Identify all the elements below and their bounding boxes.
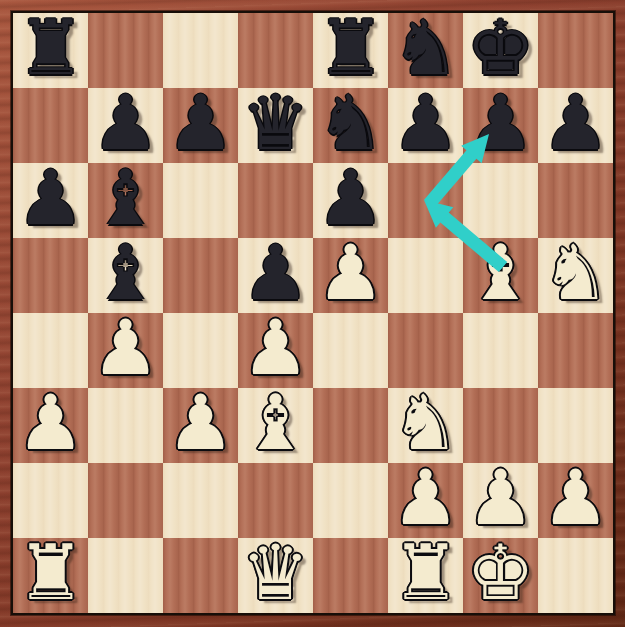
black-pawn-d5[interactable]: ♟: [241, 235, 309, 310]
white-pawn-g2[interactable]: ♟: [466, 460, 534, 535]
square-b2[interactable]: [88, 463, 163, 538]
square-d8[interactable]: [238, 13, 313, 88]
black-rook-a8[interactable]: ♜: [16, 10, 84, 85]
square-b1[interactable]: [88, 538, 163, 613]
black-pawn-b7[interactable]: ♟: [91, 85, 159, 160]
square-d6[interactable]: [238, 163, 313, 238]
white-queen-d1[interactable]: ♛: [241, 535, 309, 610]
square-a3[interactable]: ♟: [13, 388, 88, 463]
square-e1[interactable]: [313, 538, 388, 613]
white-pawn-e5[interactable]: ♟: [316, 235, 384, 310]
square-e4[interactable]: [313, 313, 388, 388]
square-e6[interactable]: ♟: [313, 163, 388, 238]
square-g7[interactable]: ♟: [463, 88, 538, 163]
square-c4[interactable]: [163, 313, 238, 388]
square-a1[interactable]: ♜: [13, 538, 88, 613]
white-rook-a1[interactable]: ♜: [16, 535, 84, 610]
square-b6[interactable]: ♝: [88, 163, 163, 238]
white-rook-f1[interactable]: ♜: [391, 535, 459, 610]
square-g8[interactable]: ♚: [463, 13, 538, 88]
white-king-g1[interactable]: ♚: [466, 535, 534, 610]
square-g6[interactable]: [463, 163, 538, 238]
square-g3[interactable]: [463, 388, 538, 463]
square-g4[interactable]: [463, 313, 538, 388]
square-b7[interactable]: ♟: [88, 88, 163, 163]
black-king-g8[interactable]: ♚: [466, 10, 534, 85]
square-h2[interactable]: ♟: [538, 463, 613, 538]
square-g5[interactable]: ♝: [463, 238, 538, 313]
black-pawn-a6[interactable]: ♟: [16, 160, 84, 235]
square-f6[interactable]: [388, 163, 463, 238]
black-knight-f8[interactable]: ♞: [391, 10, 459, 85]
square-a2[interactable]: [13, 463, 88, 538]
square-h8[interactable]: [538, 13, 613, 88]
square-f7[interactable]: ♟: [388, 88, 463, 163]
white-pawn-c3[interactable]: ♟: [166, 385, 234, 460]
square-b5[interactable]: ♝: [88, 238, 163, 313]
white-pawn-f2[interactable]: ♟: [391, 460, 459, 535]
square-a7[interactable]: [13, 88, 88, 163]
black-bishop-b5[interactable]: ♝: [91, 235, 159, 310]
square-d3[interactable]: ♝: [238, 388, 313, 463]
black-knight-e7[interactable]: ♞: [316, 85, 384, 160]
black-rook-e8[interactable]: ♜: [316, 10, 384, 85]
square-h6[interactable]: [538, 163, 613, 238]
black-bishop-b6[interactable]: ♝: [91, 160, 159, 235]
square-g1[interactable]: ♚: [463, 538, 538, 613]
square-c6[interactable]: [163, 163, 238, 238]
square-e5[interactable]: ♟: [313, 238, 388, 313]
square-c3[interactable]: ♟: [163, 388, 238, 463]
square-b8[interactable]: [88, 13, 163, 88]
square-d2[interactable]: [238, 463, 313, 538]
square-f1[interactable]: ♜: [388, 538, 463, 613]
white-bishop-g5[interactable]: ♝: [466, 235, 534, 310]
square-f5[interactable]: [388, 238, 463, 313]
white-pawn-h2[interactable]: ♟: [541, 460, 609, 535]
square-d4[interactable]: ♟: [238, 313, 313, 388]
square-e7[interactable]: ♞: [313, 88, 388, 163]
square-h1[interactable]: [538, 538, 613, 613]
black-pawn-e6[interactable]: ♟: [316, 160, 384, 235]
white-knight-h5[interactable]: ♞: [541, 235, 609, 310]
square-h4[interactable]: [538, 313, 613, 388]
square-d1[interactable]: ♛: [238, 538, 313, 613]
chess-board-frame: ♜♜♞♚♟♟♛♞♟♟♟♟♝♟♝♟♟♝♞♟♟♟♟♝♞♟♟♟♜♛♜♚: [0, 0, 625, 627]
square-f8[interactable]: ♞: [388, 13, 463, 88]
black-pawn-h7[interactable]: ♟: [541, 85, 609, 160]
square-f4[interactable]: [388, 313, 463, 388]
square-f3[interactable]: ♞: [388, 388, 463, 463]
square-a6[interactable]: ♟: [13, 163, 88, 238]
white-knight-f3[interactable]: ♞: [391, 385, 459, 460]
square-h5[interactable]: ♞: [538, 238, 613, 313]
square-e3[interactable]: [313, 388, 388, 463]
square-d7[interactable]: ♛: [238, 88, 313, 163]
square-c1[interactable]: [163, 538, 238, 613]
square-g2[interactable]: ♟: [463, 463, 538, 538]
black-queen-d7[interactable]: ♛: [241, 85, 309, 160]
white-pawn-a3[interactable]: ♟: [16, 385, 84, 460]
square-h3[interactable]: [538, 388, 613, 463]
square-b3[interactable]: [88, 388, 163, 463]
square-a4[interactable]: [13, 313, 88, 388]
square-e2[interactable]: [313, 463, 388, 538]
square-a8[interactable]: ♜: [13, 13, 88, 88]
square-c8[interactable]: [163, 13, 238, 88]
square-b4[interactable]: ♟: [88, 313, 163, 388]
black-pawn-f7[interactable]: ♟: [391, 85, 459, 160]
white-bishop-d3[interactable]: ♝: [241, 385, 309, 460]
square-c7[interactable]: ♟: [163, 88, 238, 163]
square-e8[interactable]: ♜: [313, 13, 388, 88]
square-h7[interactable]: ♟: [538, 88, 613, 163]
square-d5[interactable]: ♟: [238, 238, 313, 313]
chess-board: ♜♜♞♚♟♟♛♞♟♟♟♟♝♟♝♟♟♝♞♟♟♟♟♝♞♟♟♟♜♛♜♚: [13, 13, 613, 613]
white-pawn-b4[interactable]: ♟: [91, 310, 159, 385]
square-a5[interactable]: [13, 238, 88, 313]
black-pawn-g7[interactable]: ♟: [466, 85, 534, 160]
black-pawn-c7[interactable]: ♟: [166, 85, 234, 160]
square-c2[interactable]: [163, 463, 238, 538]
square-f2[interactable]: ♟: [388, 463, 463, 538]
white-pawn-d4[interactable]: ♟: [241, 310, 309, 385]
square-c5[interactable]: [163, 238, 238, 313]
